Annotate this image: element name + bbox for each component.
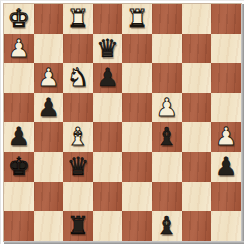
- square-a5[interactable]: [4, 93, 34, 123]
- square-c4[interactable]: ♝: [63, 122, 93, 152]
- square-h4[interactable]: ♟: [211, 122, 241, 152]
- black-pawn[interactable]: ♟: [96, 63, 118, 93]
- white-king[interactable]: ♚: [8, 4, 30, 34]
- square-h6[interactable]: [211, 63, 241, 93]
- square-d4[interactable]: [93, 122, 123, 152]
- white-pawn[interactable]: ♟: [37, 63, 59, 93]
- square-a3[interactable]: ♚: [4, 152, 34, 182]
- square-c8[interactable]: ♜: [63, 4, 93, 34]
- square-a7[interactable]: ♟: [4, 34, 34, 64]
- white-pawn[interactable]: ♟: [156, 93, 178, 123]
- square-e1[interactable]: [122, 211, 152, 241]
- square-f5[interactable]: ♟: [152, 93, 182, 123]
- white-rook[interactable]: ♜: [67, 4, 89, 34]
- square-h2[interactable]: [211, 182, 241, 212]
- square-g3[interactable]: [182, 152, 212, 182]
- square-c3[interactable]: ♛: [63, 152, 93, 182]
- black-bishop[interactable]: ♝: [156, 211, 178, 241]
- square-b3[interactable]: [34, 152, 64, 182]
- square-f6[interactable]: [152, 63, 182, 93]
- board-shadow-right: [241, 4, 244, 244]
- square-e4[interactable]: [122, 122, 152, 152]
- square-b5[interactable]: ♟: [34, 93, 64, 123]
- square-d8[interactable]: [93, 4, 123, 34]
- square-f8[interactable]: [152, 4, 182, 34]
- black-pawn[interactable]: ♟: [8, 122, 30, 152]
- square-h8[interactable]: [211, 4, 241, 34]
- square-f3[interactable]: [152, 152, 182, 182]
- square-b1[interactable]: [34, 211, 64, 241]
- board-frame: ♚♜♜♟♛♟♞♟♟♟♟♝♝♟♚♛♟♜♝: [0, 0, 244, 244]
- square-b2[interactable]: [34, 182, 64, 212]
- white-rook[interactable]: ♜: [126, 4, 148, 34]
- square-d1[interactable]: [93, 211, 123, 241]
- square-h3[interactable]: ♟: [211, 152, 241, 182]
- square-a1[interactable]: [4, 211, 34, 241]
- square-d3[interactable]: [93, 152, 123, 182]
- square-a6[interactable]: [4, 63, 34, 93]
- black-bishop[interactable]: ♝: [156, 122, 178, 152]
- square-c6[interactable]: ♞: [63, 63, 93, 93]
- black-queen[interactable]: ♛: [96, 34, 118, 64]
- white-pawn[interactable]: ♟: [215, 122, 237, 152]
- square-a2[interactable]: [4, 182, 34, 212]
- square-b6[interactable]: ♟: [34, 63, 64, 93]
- square-e3[interactable]: [122, 152, 152, 182]
- square-h7[interactable]: [211, 34, 241, 64]
- square-h1[interactable]: [211, 211, 241, 241]
- square-e8[interactable]: ♜: [122, 4, 152, 34]
- square-d5[interactable]: [93, 93, 123, 123]
- square-g4[interactable]: [182, 122, 212, 152]
- square-g8[interactable]: [182, 4, 212, 34]
- black-rook[interactable]: ♜: [67, 211, 89, 241]
- black-king[interactable]: ♚: [8, 152, 30, 182]
- square-f1[interactable]: ♝: [152, 211, 182, 241]
- square-g1[interactable]: [182, 211, 212, 241]
- square-a8[interactable]: ♚: [4, 4, 34, 34]
- square-b7[interactable]: [34, 34, 64, 64]
- square-d2[interactable]: [93, 182, 123, 212]
- chess-board: ♚♜♜♟♛♟♞♟♟♟♟♝♝♟♚♛♟♜♝: [3, 3, 242, 242]
- black-pawn[interactable]: ♟: [37, 93, 59, 123]
- square-b4[interactable]: [34, 122, 64, 152]
- square-e7[interactable]: [122, 34, 152, 64]
- square-f2[interactable]: [152, 182, 182, 212]
- black-queen[interactable]: ♛: [67, 152, 89, 182]
- square-a4[interactable]: ♟: [4, 122, 34, 152]
- square-e5[interactable]: [122, 93, 152, 123]
- square-g6[interactable]: [182, 63, 212, 93]
- black-pawn[interactable]: ♟: [215, 152, 237, 182]
- square-g7[interactable]: [182, 34, 212, 64]
- white-pawn[interactable]: ♟: [8, 34, 30, 64]
- square-d7[interactable]: ♛: [93, 34, 123, 64]
- square-c7[interactable]: [63, 34, 93, 64]
- square-b8[interactable]: [34, 4, 64, 34]
- square-c2[interactable]: [63, 182, 93, 212]
- square-f4[interactable]: ♝: [152, 122, 182, 152]
- square-c5[interactable]: [63, 93, 93, 123]
- white-knight[interactable]: ♞: [67, 63, 89, 93]
- square-g2[interactable]: [182, 182, 212, 212]
- white-bishop[interactable]: ♝: [67, 122, 89, 152]
- square-f7[interactable]: [152, 34, 182, 64]
- square-c1[interactable]: ♜: [63, 211, 93, 241]
- square-d6[interactable]: ♟: [93, 63, 123, 93]
- square-e6[interactable]: [122, 63, 152, 93]
- square-g5[interactable]: [182, 93, 212, 123]
- square-e2[interactable]: [122, 182, 152, 212]
- square-h5[interactable]: [211, 93, 241, 123]
